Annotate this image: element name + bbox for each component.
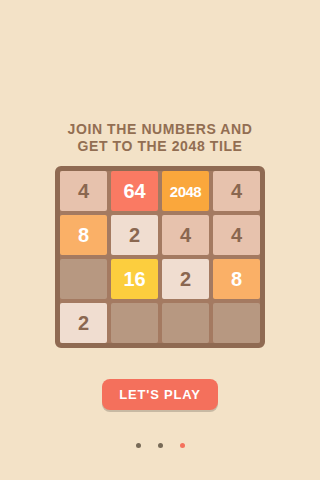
empty-cell-r4c4 (213, 303, 260, 343)
tagline-line1: JOIN THE NUMBERS AND (0, 121, 320, 138)
tagline: JOIN THE NUMBERS AND GET TO THE 2048 TIL… (0, 121, 320, 155)
page-dot-2[interactable] (158, 443, 163, 448)
tile-64-r1c2: 64 (111, 171, 158, 211)
empty-cell-r4c3 (162, 303, 209, 343)
intro-screen: JOIN THE NUMBERS AND GET TO THE 2048 TIL… (0, 0, 320, 480)
tile-4-r1c4: 4 (213, 171, 260, 211)
page-dot-3-active[interactable] (180, 443, 185, 448)
tile-4-r2c3: 4 (162, 215, 209, 255)
tile-4-r2c4: 4 (213, 215, 260, 255)
tile-8-r3c4: 8 (213, 259, 260, 299)
tile-2048-r1c3: 2048 (162, 171, 209, 211)
empty-cell-r3c1 (60, 259, 107, 299)
tile-16-r3c2: 16 (111, 259, 158, 299)
lets-play-button[interactable]: LET'S PLAY (102, 379, 218, 410)
game-board: 46420484824416282 (55, 166, 265, 348)
tile-8-r2c1: 8 (60, 215, 107, 255)
tile-4-r1c1: 4 (60, 171, 107, 211)
page-dot-1[interactable] (136, 443, 141, 448)
tile-2-r4c1: 2 (60, 303, 107, 343)
empty-cell-r4c2 (111, 303, 158, 343)
page-indicator (0, 443, 320, 448)
tile-2-r3c3: 2 (162, 259, 209, 299)
tagline-line2: GET TO THE 2048 TILE (0, 138, 320, 155)
tile-2-r2c2: 2 (111, 215, 158, 255)
